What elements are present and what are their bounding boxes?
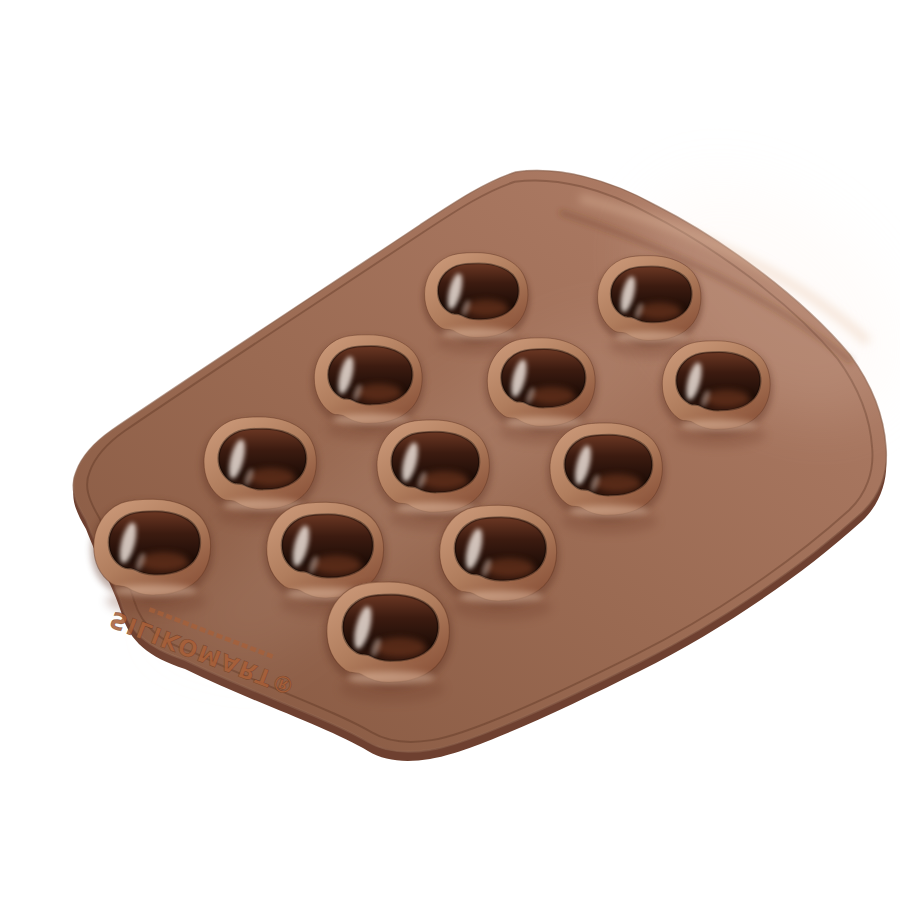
- mold-cavity: [660, 341, 773, 448]
- mold-cavity: [437, 505, 560, 620]
- cavity-rim-specular: [569, 505, 649, 517]
- cavity-rim-specular: [506, 417, 583, 429]
- cavity-rim-specular: [333, 414, 410, 426]
- cavity-inner-glow: [247, 468, 295, 486]
- cavity-rim-specular: [348, 671, 435, 684]
- cavity-inner-glow: [704, 390, 750, 407]
- mold-cavity: [547, 423, 665, 534]
- cavity-inner-glow: [311, 555, 361, 574]
- cavity-rim-specular: [459, 590, 542, 602]
- mold-cavity: [91, 499, 214, 614]
- cavity-inner-glow: [637, 303, 681, 320]
- cavity-inner-glow: [374, 637, 426, 657]
- cavity-inner-glow: [356, 384, 402, 401]
- cavity-rim-specular: [442, 328, 516, 339]
- cavity-inner-glow: [464, 300, 508, 317]
- mold-cavity: [422, 253, 531, 355]
- mold-cavity: [595, 256, 704, 358]
- cavity-rim-specular: [615, 331, 689, 342]
- cavity-rim-specular: [113, 584, 196, 596]
- product-photo: SILIKOMART®: [0, 0, 900, 901]
- cavity-rim-specular: [681, 420, 758, 432]
- mold-cavity: [324, 582, 453, 703]
- cavity-inner-glow: [593, 474, 641, 492]
- cavity-inner-glow: [420, 471, 468, 489]
- cavity-inner-glow: [529, 387, 575, 404]
- cavity-inner-glow: [484, 558, 534, 577]
- cavity-inner-glow: [138, 552, 188, 571]
- chocolate-mold-illustration: SILIKOMART®: [0, 0, 900, 901]
